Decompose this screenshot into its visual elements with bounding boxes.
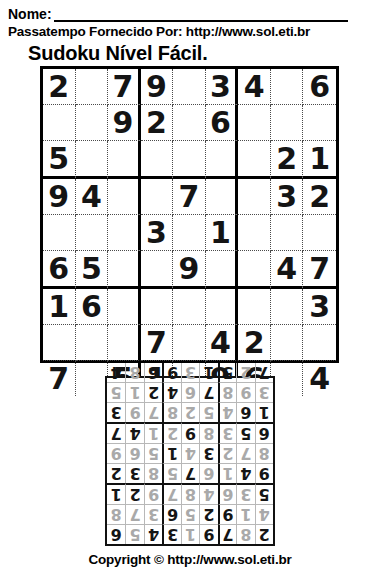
puzzle-cell-r3c6[interactable] [206,141,239,179]
solution-cell-r2c7: 3 [144,504,162,524]
solution-cell-r1c9: 6 [107,524,125,544]
solution-cell-r7c7: 7 [144,402,162,422]
puzzle-cell-r1c1[interactable]: 2 [43,69,76,105]
solution-cell-r4c5: 7 [181,463,199,483]
solution-cell-r9c2: 2 [236,363,254,382]
puzzle-cell-r4c7[interactable] [238,179,271,215]
solution-cell-r3c2: 3 [236,483,254,504]
solution-cell-r4c2: 4 [236,463,254,483]
puzzle-cell-r4c6[interactable] [206,179,239,215]
solution-cell-r6c6: 2 [162,422,180,443]
solution-cell-r7c1: 1 [255,402,273,422]
puzzle-cell-r1c9[interactable]: 6 [303,69,336,105]
solution-cell-r4c7: 8 [144,463,162,483]
solution-cell-r1c8: 5 [125,524,143,544]
solution-cell-r3c7: 9 [144,483,162,504]
puzzle-cell-r2c7[interactable] [238,105,271,141]
solution-cell-r9c5: 3 [181,363,199,382]
solution-cell-r6c8: 4 [125,422,143,443]
puzzle-cell-r5c8[interactable] [271,215,304,251]
puzzle-cell-r4c2[interactable]: 4 [76,179,109,215]
puzzle-cell-r3c5[interactable] [173,141,206,179]
solution-cell-r5c6: 1 [162,443,180,463]
solution-cell-r7c4: 5 [199,402,217,422]
puzzle-cell-r2c9[interactable] [303,105,336,141]
puzzle-cell-r1c5[interactable] [173,69,206,105]
solution-cell-r2c5: 5 [181,504,199,524]
puzzle-cell-r1c4[interactable]: 9 [141,69,174,105]
puzzle-cell-r1c6[interactable]: 3 [206,69,239,105]
puzzle-cell-r1c7[interactable]: 4 [238,69,271,105]
puzzle-cell-r7c4[interactable] [141,289,174,325]
puzzle-cell-r2c2[interactable] [76,105,109,141]
puzzle-cell-r6c7[interactable] [238,251,271,289]
solution-cell-r4c3: 1 [218,463,236,483]
worksheet-page: Nome: Passatempo Fornecido Por: http://w… [0,0,380,585]
puzzle-cell-r7c7[interactable] [238,289,271,325]
solution-cell-r2c3: 9 [218,504,236,524]
solution-cell-r2c1: 4 [255,504,273,524]
name-row: Nome: [8,6,348,22]
solution-cell-r4c9: 2 [107,463,125,483]
solution-cell-r9c8: 8 [125,363,143,382]
solution-cell-r3c5: 8 [181,483,199,504]
provider-text: Passatempo Fornecido Por: http://www.sol… [8,24,310,39]
puzzle-cell-r6c4[interactable] [141,251,174,289]
puzzle-cell-r1c3[interactable]: 7 [108,69,141,105]
puzzle-cell-r7c3[interactable] [108,289,141,325]
puzzle-cell-r3c1[interactable]: 5 [43,141,76,179]
solution-cell-r5c9: 9 [107,443,125,463]
solution-cell-r6c4: 8 [199,422,217,443]
solution-cell-r7c8: 9 [125,402,143,422]
puzzle-cell-r5c3[interactable] [108,215,141,251]
puzzle-cell-r8c2[interactable] [76,325,109,361]
solution-cell-r6c5: 9 [181,422,199,443]
puzzle-cell-r4c3[interactable] [108,179,141,215]
puzzle-cell-r5c5[interactable] [173,215,206,251]
puzzle-cell-r4c4[interactable] [141,179,174,215]
puzzle-cell-r7c5[interactable] [173,289,206,325]
puzzle-cell-r2c6[interactable]: 6 [206,105,239,141]
puzzle-cell-r5c6[interactable]: 1 [206,215,239,251]
puzzle-cell-r8c1[interactable] [43,325,76,361]
solution-cell-r6c2: 5 [236,422,254,443]
puzzle-cell-r4c9[interactable]: 2 [303,179,336,215]
puzzle-cell-r8c4[interactable]: 7 [141,325,174,361]
solution-cell-r1c2: 8 [236,524,254,544]
solution-cell-r2c9: 8 [107,504,125,524]
puzzle-cell-r7c2[interactable]: 6 [76,289,109,325]
solution-cell-r4c6: 5 [162,463,180,483]
solution-cell-r7c9: 3 [107,402,125,422]
solution-cell-r5c7: 5 [144,443,162,463]
puzzle-cell-r6c2[interactable]: 5 [76,251,109,289]
solution-cell-r8c6: 4 [162,382,180,402]
puzzle-cell-r5c4[interactable]: 3 [141,215,174,251]
solution-cell-r1c1: 2 [255,524,273,544]
solution-cell-r5c2: 7 [236,443,254,463]
solution-grid: 2879134564192563785364879219416758328723… [105,376,275,546]
copyright-text: Copyright © http://www.sol.eti.br [0,552,380,567]
puzzle-cell-r8c6[interactable]: 4 [206,325,239,361]
puzzle-cell-r8c7[interactable]: 2 [238,325,271,361]
puzzle-cell-r6c1[interactable]: 6 [43,251,76,289]
puzzle-cell-r7c9[interactable]: 3 [303,289,336,325]
puzzle-cell-r5c1[interactable] [43,215,76,251]
solution-cell-r6c9: 7 [107,422,125,443]
puzzle-cell-r1c8[interactable] [271,69,304,105]
puzzle-cell-r6c5[interactable]: 9 [173,251,206,289]
puzzle-cell-r3c9[interactable]: 1 [303,141,336,179]
solution-cell-r3c6: 7 [162,483,180,504]
solution-cell-r7c2: 6 [236,402,254,422]
solution-cell-r1c4: 9 [199,524,217,544]
puzzle-cell-r2c4[interactable]: 2 [141,105,174,141]
puzzle-cell-r4c1[interactable]: 9 [43,179,76,215]
solution-cell-r8c7: 2 [144,382,162,402]
puzzle-cell-r7c1[interactable]: 1 [43,289,76,325]
puzzle-cell-r2c8[interactable] [271,105,304,141]
solution-cell-r8c9: 5 [107,382,125,402]
solution-cell-r5c3: 2 [218,443,236,463]
solution-cell-r3c4: 4 [199,483,217,504]
puzzle-cell-r2c1[interactable] [43,105,76,141]
solution-cell-r8c3: 8 [218,382,236,402]
solution-cell-r1c5: 1 [181,524,199,544]
solution-cell-r1c6: 3 [162,524,180,544]
solution-cell-r3c9: 1 [107,483,125,504]
puzzle-cell-r7c8[interactable] [271,289,304,325]
solution-cell-r9c9: 4 [107,363,125,382]
puzzle-cell-r2c5[interactable] [173,105,206,141]
page-title: Sudoku Nível Fácil. [28,42,208,65]
puzzle-cell-r8c9[interactable] [303,325,336,361]
solution-cell-r9c3: 5 [218,363,236,382]
solution-cell-r9c1: 7 [255,363,273,382]
solution-cell-r9c4: 1 [199,363,217,382]
solution-cell-r6c1: 6 [255,422,273,443]
solution-cell-r2c4: 2 [199,504,217,524]
solution-cell-r7c3: 4 [218,402,236,422]
solution-cell-r8c5: 6 [181,382,199,402]
solution-cell-r3c3: 6 [218,483,236,504]
puzzle-grid: 279346926521947323165947163742751964 [40,66,339,363]
solution-cell-r5c1: 8 [255,443,273,463]
puzzle-cell-r3c2[interactable] [76,141,109,179]
puzzle-cell-r6c8[interactable]: 4 [271,251,304,289]
solution-cell-r6c7: 1 [144,422,162,443]
puzzle-cell-r9c1[interactable]: 7 [43,361,76,396]
puzzle-cell-r4c8[interactable]: 3 [271,179,304,215]
puzzle-cell-r2c3[interactable]: 9 [108,105,141,141]
puzzle-cell-r8c8[interactable] [271,325,304,361]
puzzle-cell-r9c8[interactable] [271,361,304,396]
solution-cell-r7c5: 2 [181,402,199,422]
solution-cell-r6c3: 3 [218,422,236,443]
solution-cell-r9c7: 6 [144,363,162,382]
solution-cell-r4c4: 6 [199,463,217,483]
puzzle-cell-r3c3[interactable] [108,141,141,179]
puzzle-cell-r1c2[interactable] [76,69,109,105]
puzzle-cell-r7c6[interactable] [206,289,239,325]
solution-cell-r8c2: 9 [236,382,254,402]
puzzle-cell-r6c9[interactable]: 7 [303,251,336,289]
puzzle-cell-r3c7[interactable] [238,141,271,179]
solution-cell-r5c8: 6 [125,443,143,463]
puzzle-cell-r6c3[interactable] [108,251,141,289]
puzzle-cell-r3c4[interactable] [141,141,174,179]
solution-cell-r1c7: 4 [144,524,162,544]
puzzle-cell-r4c5[interactable]: 7 [173,179,206,215]
solution-cell-r4c1: 9 [255,463,273,483]
solution-cell-r9c6: 9 [162,363,180,382]
puzzle-cell-r9c2[interactable] [76,361,109,396]
solution-cell-r2c2: 1 [236,504,254,524]
puzzle-cell-r9c9[interactable]: 4 [303,361,336,396]
solution-cell-r5c5: 4 [181,443,199,463]
puzzle-cell-r8c5[interactable] [173,325,206,361]
solution-cell-r8c1: 3 [255,382,273,402]
solution-cell-r8c8: 1 [125,382,143,402]
puzzle-cell-r5c7[interactable] [238,215,271,251]
puzzle-cell-r5c9[interactable] [303,215,336,251]
name-label: Nome: [8,6,52,22]
solution-cell-r1c3: 7 [218,524,236,544]
solution-cell-r8c4: 7 [199,382,217,402]
solution-cell-r7c6: 8 [162,402,180,422]
solution-cell-r3c1: 5 [255,483,273,504]
solution-cell-r5c4: 3 [199,443,217,463]
solution-cell-r2c8: 7 [125,504,143,524]
solution-cell-r4c8: 3 [125,463,143,483]
name-blank-line [54,7,348,22]
puzzle-cell-r3c8[interactable]: 2 [271,141,304,179]
solution-cell-r3c8: 2 [125,483,143,504]
puzzle-cell-r6c6[interactable] [206,251,239,289]
puzzle-cell-r8c3[interactable] [108,325,141,361]
solution-cell-r2c6: 6 [162,504,180,524]
puzzle-cell-r5c2[interactable] [76,215,109,251]
